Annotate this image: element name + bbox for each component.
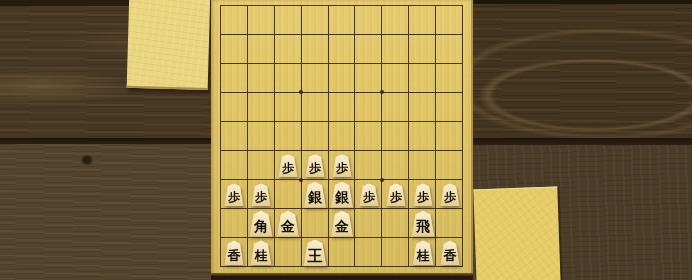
piece-face: 飛	[411, 211, 435, 237]
shogi-piece-pawn[interactable]: 歩	[359, 183, 379, 206]
board-edge-shadow	[211, 273, 473, 280]
piece-kanji: 金	[335, 219, 349, 233]
shogi-piece-pawn[interactable]: 歩	[386, 183, 406, 206]
piece-kanji: 銀	[335, 190, 349, 204]
shogi-piece-pawn[interactable]: 歩	[278, 154, 298, 177]
shogi-piece-pawn[interactable]: 歩	[224, 183, 244, 206]
shogi-piece-pawn[interactable]: 歩	[440, 183, 460, 206]
piece-kanji: 香	[444, 248, 457, 261]
piece-face: 歩	[251, 183, 271, 206]
piece-kanji: 香	[228, 248, 241, 261]
piece-kanji: 歩	[417, 191, 429, 203]
piece-face: 角	[249, 211, 273, 237]
shogi-piece-rook[interactable]: 飛	[411, 211, 435, 237]
piece-face: 歩	[440, 183, 460, 206]
pieces-layer: 歩歩歩歩歩銀銀歩歩歩歩角金金飛香桂王桂香	[211, 0, 471, 274]
shogi-piece-pawn[interactable]: 歩	[305, 154, 325, 177]
table-plank-right-upper	[473, 0, 692, 140]
shogi-piece-king[interactable]: 王	[303, 239, 327, 266]
shogi-piece-bishop[interactable]: 角	[249, 211, 273, 237]
piece-kanji: 銀	[308, 190, 322, 204]
piece-kanji: 歩	[309, 162, 321, 174]
piece-kanji: 歩	[255, 191, 267, 203]
piece-face: 銀	[304, 182, 327, 208]
piece-face: 王	[303, 239, 327, 266]
shogi-piece-lance[interactable]: 香	[224, 240, 244, 265]
piece-kanji: 歩	[444, 191, 456, 203]
shogi-piece-gold[interactable]: 金	[277, 211, 300, 237]
shogi-photo-scene: 歩歩歩歩歩銀銀歩歩歩歩角金金飛香桂王桂香	[0, 0, 692, 280]
shogi-piece-knight[interactable]: 桂	[412, 240, 434, 265]
shogi-piece-silver[interactable]: 銀	[331, 182, 354, 208]
piece-stand-right	[473, 187, 560, 280]
plank-seam-right	[473, 138, 692, 145]
piece-kanji: 歩	[390, 191, 402, 203]
piece-kanji: 飛	[416, 219, 430, 233]
shogi-piece-knight[interactable]: 桂	[250, 240, 272, 265]
shogi-board: 歩歩歩歩歩銀銀歩歩歩歩角金金飛香桂王桂香	[211, 0, 473, 274]
shogi-piece-pawn[interactable]: 歩	[332, 154, 352, 177]
shogi-piece-pawn[interactable]: 歩	[251, 183, 271, 206]
piece-face: 桂	[250, 240, 272, 265]
piece-face: 銀	[331, 182, 354, 208]
piece-kanji: 金	[281, 219, 295, 233]
piece-kanji: 歩	[336, 162, 348, 174]
piece-stand-left	[127, 0, 211, 90]
piece-face: 歩	[305, 154, 325, 177]
shogi-piece-lance[interactable]: 香	[440, 240, 460, 265]
piece-face: 歩	[386, 183, 406, 206]
piece-face: 歩	[332, 154, 352, 177]
wood-knot	[78, 152, 96, 168]
piece-kanji: 歩	[282, 162, 294, 174]
piece-kanji: 王	[308, 247, 323, 262]
piece-face: 歩	[413, 183, 433, 206]
piece-kanji: 桂	[255, 248, 268, 261]
shogi-piece-gold[interactable]: 金	[331, 211, 354, 237]
piece-face: 金	[277, 211, 300, 237]
piece-face: 桂	[412, 240, 434, 265]
piece-kanji: 角	[254, 219, 268, 233]
piece-face: 歩	[278, 154, 298, 177]
table-plank-left-lower	[0, 144, 211, 280]
shogi-piece-silver[interactable]: 銀	[304, 182, 327, 208]
piece-kanji: 桂	[417, 248, 430, 261]
piece-face: 歩	[224, 183, 244, 206]
piece-face: 香	[224, 240, 244, 265]
piece-face: 歩	[359, 183, 379, 206]
piece-kanji: 歩	[228, 191, 240, 203]
piece-face: 金	[331, 211, 354, 237]
piece-face: 香	[440, 240, 460, 265]
shogi-piece-pawn[interactable]: 歩	[413, 183, 433, 206]
piece-kanji: 歩	[363, 191, 375, 203]
table-plank-edge-right	[473, 0, 692, 4]
